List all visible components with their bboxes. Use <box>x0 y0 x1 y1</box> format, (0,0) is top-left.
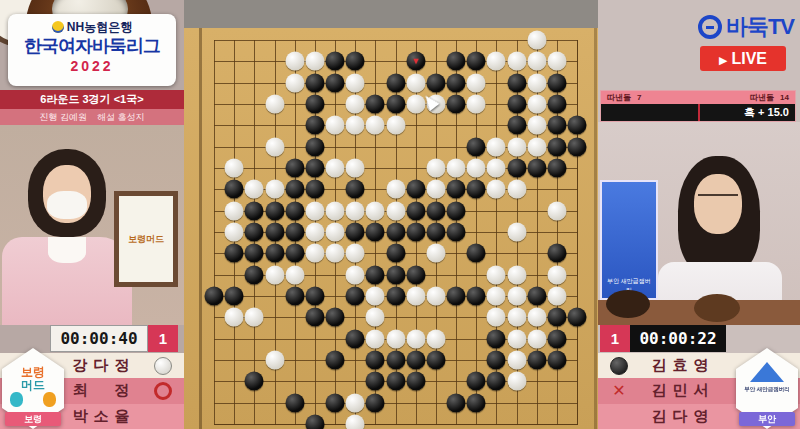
league-title: 한국여자바둑리그 <box>8 35 176 57</box>
black-stone <box>265 223 284 242</box>
white-stone <box>326 201 345 220</box>
sponsor-line: NH농협은행 <box>8 19 176 35</box>
baduktv-icon <box>698 15 722 39</box>
last-move-marker: ▼ <box>411 56 420 65</box>
black-stone <box>265 244 284 263</box>
white-stone <box>285 265 304 284</box>
white-stone <box>366 201 385 220</box>
black-stone <box>285 159 304 178</box>
black-stone <box>366 393 385 412</box>
black-stone <box>366 223 385 242</box>
black-stone <box>547 244 566 263</box>
black-stone <box>547 137 566 156</box>
black-stone <box>527 351 546 370</box>
white-stone <box>507 287 526 306</box>
black-stone <box>305 415 324 429</box>
black-stone <box>305 73 324 92</box>
black-stone <box>305 180 324 199</box>
white-stone <box>547 287 566 306</box>
white-stone <box>265 137 284 156</box>
estimate-divider <box>698 104 700 121</box>
black-stone <box>426 223 445 242</box>
white-stone <box>346 415 365 429</box>
white-stone <box>326 223 345 242</box>
black-stone <box>386 372 405 391</box>
white-stone <box>507 329 526 348</box>
white-stone <box>326 116 345 135</box>
black-stone <box>326 393 345 412</box>
left-player-collar <box>48 237 86 263</box>
white-stone <box>326 244 345 263</box>
white-stone <box>507 308 526 327</box>
live-label: LIVE <box>731 50 767 67</box>
black-stone <box>386 223 405 242</box>
play-arrow-icon: ▶ <box>719 54 727 66</box>
round-banner: 6라운드 3경기 <1국> <box>0 90 184 109</box>
black-stone <box>568 137 587 156</box>
player-name: 김효영 <box>632 356 734 375</box>
right-team-badge: 부안 새만금잼버리 부안 <box>736 348 798 429</box>
black-stone <box>346 223 365 242</box>
white-stone <box>507 372 526 391</box>
black-stone: ▼ <box>406 52 425 71</box>
black-stone <box>406 180 425 199</box>
black-stone <box>245 201 264 220</box>
go-board: ▼ <box>184 28 598 429</box>
wall-frame-text: 보령머드 <box>119 196 173 282</box>
player-name: 최 정 <box>58 381 150 400</box>
white-stone <box>426 180 445 199</box>
black-stone <box>487 329 506 348</box>
black-stone <box>527 159 546 178</box>
white-stone <box>346 73 365 92</box>
black-stone <box>285 180 304 199</box>
black-stone <box>447 223 466 242</box>
white-stone <box>305 201 324 220</box>
white-stone <box>366 116 385 135</box>
black-stone <box>487 372 506 391</box>
black-stone <box>305 287 324 306</box>
white-stone <box>507 351 526 370</box>
black-stone <box>305 95 324 114</box>
team-badge-line2: 머드 <box>2 377 64 394</box>
black-stone <box>326 52 345 71</box>
black-stone <box>366 95 385 114</box>
black-stone <box>386 287 405 306</box>
team-ribbon: 부안 <box>739 412 795 426</box>
black-stone <box>527 287 546 306</box>
board-area: ▼ <box>184 0 598 429</box>
black-stone <box>285 393 304 412</box>
board-edge <box>199 28 202 429</box>
black-stone <box>547 308 566 327</box>
white-stone <box>406 73 425 92</box>
white-stone <box>487 137 506 156</box>
black-stone <box>447 287 466 306</box>
right-panel: 바둑TV ▶LIVE 따낸돌7 따낸돌14 흑 + 15.0 부안 새만금잼버리 <box>598 0 800 429</box>
left-captures: 따낸돌7 <box>607 91 641 104</box>
black-stone <box>346 180 365 199</box>
white-stone <box>487 180 506 199</box>
black-stone <box>447 52 466 71</box>
white-stone <box>426 159 445 178</box>
black-stone <box>568 116 587 135</box>
go-board-grid: ▼ <box>214 40 578 425</box>
black-stone <box>305 159 324 178</box>
white-stone <box>305 244 324 263</box>
white-stone <box>426 287 445 306</box>
white-stone <box>467 159 486 178</box>
score-estimate: 흑 + 15.0 <box>744 104 789 121</box>
left-player-video: 보령머드 <box>0 125 184 325</box>
right-clock: 1 00:00:22 <box>600 325 726 352</box>
white-stone <box>547 52 566 71</box>
black-stone <box>547 329 566 348</box>
black-stone <box>406 351 425 370</box>
white-stone <box>366 329 385 348</box>
black-stone <box>386 73 405 92</box>
black-stone <box>245 372 264 391</box>
black-stone <box>406 223 425 242</box>
black-stone <box>386 95 405 114</box>
wall-poster: 부안 새만금잼버리 <box>600 180 658 300</box>
black-stone <box>547 159 566 178</box>
white-stone <box>225 223 244 242</box>
black-stone <box>507 95 526 114</box>
black-stone <box>467 372 486 391</box>
white-stone <box>507 180 526 199</box>
player-name: 김민서 <box>632 381 734 400</box>
white-stone <box>527 52 546 71</box>
channel-logo: 바둑TV <box>698 12 794 42</box>
white-stone <box>547 265 566 284</box>
white-stone <box>346 95 365 114</box>
team-ribbon: 보령 <box>5 412 61 426</box>
white-stone <box>346 244 365 263</box>
nh-bank-logo-icon <box>52 21 64 33</box>
tent-icon <box>750 362 784 382</box>
white-stone <box>326 159 345 178</box>
go-bowl <box>606 290 650 318</box>
white-stone <box>366 287 385 306</box>
white-stone <box>406 287 425 306</box>
white-stone <box>467 73 486 92</box>
white-stone <box>507 52 526 71</box>
white-stone <box>265 351 284 370</box>
white-stone <box>346 265 365 284</box>
right-player-glasses <box>698 194 738 206</box>
black-stone <box>447 180 466 199</box>
black-stone <box>346 52 365 71</box>
black-stone <box>245 244 264 263</box>
white-stone <box>305 223 324 242</box>
black-stone <box>245 223 264 242</box>
white-stone <box>527 116 546 135</box>
black-stone <box>406 372 425 391</box>
black-stone <box>507 159 526 178</box>
black-stone <box>547 116 566 135</box>
white-stone <box>346 159 365 178</box>
player-name: 김다영 <box>632 407 734 426</box>
black-stone <box>305 137 324 156</box>
white-stone <box>346 116 365 135</box>
black-stone <box>285 223 304 242</box>
loss-x-icon: ✕ <box>612 383 625 399</box>
estimate-bar: 흑 + 15.0 <box>601 104 795 121</box>
black-stone <box>366 372 385 391</box>
white-stone <box>225 201 244 220</box>
white-stone <box>386 329 405 348</box>
black-stone <box>225 180 244 199</box>
white-stone <box>265 265 284 284</box>
black-stone <box>326 351 345 370</box>
black-stone <box>245 265 264 284</box>
white-stone <box>527 73 546 92</box>
black-stone <box>467 393 486 412</box>
team-badge-text: 부안 새만금잼버리 <box>736 386 798 393</box>
right-clock-period: 1 <box>600 325 630 352</box>
black-stone <box>467 137 486 156</box>
league-logo-card: NH농협은행 한국여자바둑리그 2022 <box>8 14 176 86</box>
white-stone <box>467 95 486 114</box>
board-edge <box>594 28 597 429</box>
white-stone <box>285 73 304 92</box>
black-stone <box>487 351 506 370</box>
left-team-badge: 보령 머드 보령 <box>2 348 64 429</box>
black-stone <box>467 287 486 306</box>
channel-name: 바둑TV <box>726 12 794 42</box>
black-stone <box>426 73 445 92</box>
black-stone <box>366 351 385 370</box>
white-stone <box>527 329 546 348</box>
white-stone <box>527 308 546 327</box>
black-stone <box>507 116 526 135</box>
black-stone <box>346 287 365 306</box>
black-stone <box>547 95 566 114</box>
white-stone <box>426 244 445 263</box>
capture-counts: 따낸돌7 따낸돌14 <box>601 91 795 104</box>
wall-frame: 보령머드 <box>114 191 178 287</box>
black-stone <box>346 329 365 348</box>
right-player-video: 부안 새만금잼버리 <box>598 122 800 325</box>
sponsor-name: NH농협은행 <box>67 20 132 34</box>
black-stone <box>467 52 486 71</box>
white-stone <box>406 329 425 348</box>
black-stone <box>205 287 224 306</box>
staff-banner: 진행 김예원 해설 홍성지 <box>0 109 184 125</box>
black-stone-icon <box>610 357 628 375</box>
white-stone <box>245 308 264 327</box>
black-stone <box>547 351 566 370</box>
right-captures: 따낸돌14 <box>750 91 789 104</box>
black-stone <box>426 351 445 370</box>
black-stone <box>447 73 466 92</box>
white-stone <box>305 52 324 71</box>
go-bowl <box>694 294 740 322</box>
black-stone <box>507 73 526 92</box>
white-stone <box>507 137 526 156</box>
mascot-icon <box>43 392 56 407</box>
white-stone <box>527 95 546 114</box>
left-panel: NH농협은행 한국여자바둑리그 2022 6라운드 3경기 <1국> 진행 김예… <box>0 0 184 429</box>
live-badge: ▶LIVE <box>700 46 786 71</box>
white-stone <box>285 52 304 71</box>
black-stone <box>447 95 466 114</box>
white-stone-icon <box>154 357 172 375</box>
black-stone <box>406 265 425 284</box>
black-stone <box>467 180 486 199</box>
black-stone <box>386 351 405 370</box>
white-stone <box>487 52 506 71</box>
black-stone <box>467 244 486 263</box>
white-stone <box>527 137 546 156</box>
black-stone <box>547 73 566 92</box>
player-name: 박소율 <box>58 407 150 426</box>
white-stone <box>225 308 244 327</box>
broadcast-screen: NH농협은행 한국여자바둑리그 2022 6라운드 3경기 <1국> 진행 김예… <box>0 0 800 429</box>
league-year: 2022 <box>8 57 176 75</box>
white-stone <box>507 223 526 242</box>
white-stone <box>245 180 264 199</box>
black-stone <box>406 201 425 220</box>
black-stone <box>447 393 466 412</box>
white-stone <box>447 159 466 178</box>
left-player-mask <box>47 191 87 219</box>
black-stone <box>305 116 324 135</box>
black-stone <box>386 265 405 284</box>
white-stone <box>386 201 405 220</box>
white-stone <box>386 180 405 199</box>
white-stone <box>426 329 445 348</box>
black-stone <box>285 244 304 263</box>
white-stone <box>507 265 526 284</box>
white-stone <box>487 287 506 306</box>
capture-score-bar: 따낸돌7 따낸돌14 흑 + 15.0 <box>600 90 796 122</box>
white-stone <box>386 116 405 135</box>
black-stone <box>386 244 405 263</box>
black-stone <box>447 201 466 220</box>
black-stone <box>426 201 445 220</box>
white-stone <box>366 308 385 327</box>
black-stone <box>568 308 587 327</box>
black-stone <box>366 265 385 284</box>
left-clock: 00:00:40 1 <box>50 325 178 352</box>
black-stone <box>285 201 304 220</box>
white-stone <box>346 393 365 412</box>
mascot-icon <box>10 392 23 407</box>
black-stone <box>305 308 324 327</box>
black-stone <box>326 73 345 92</box>
player-name: 강다정 <box>58 356 150 375</box>
left-clock-period: 1 <box>148 325 178 352</box>
black-stone <box>265 201 284 220</box>
black-stone <box>285 287 304 306</box>
right-clock-time: 00:00:22 <box>630 325 726 352</box>
black-stone <box>326 308 345 327</box>
white-stone <box>527 31 546 50</box>
white-stone <box>487 308 506 327</box>
left-clock-time: 00:00:40 <box>50 325 148 352</box>
white-stone <box>547 201 566 220</box>
white-stone <box>265 95 284 114</box>
white-stone <box>265 180 284 199</box>
win-circle-icon <box>154 382 172 400</box>
white-stone <box>346 201 365 220</box>
white-stone <box>487 265 506 284</box>
white-stone <box>487 159 506 178</box>
black-stone <box>225 287 244 306</box>
black-stone <box>225 244 244 263</box>
white-stone <box>225 159 244 178</box>
